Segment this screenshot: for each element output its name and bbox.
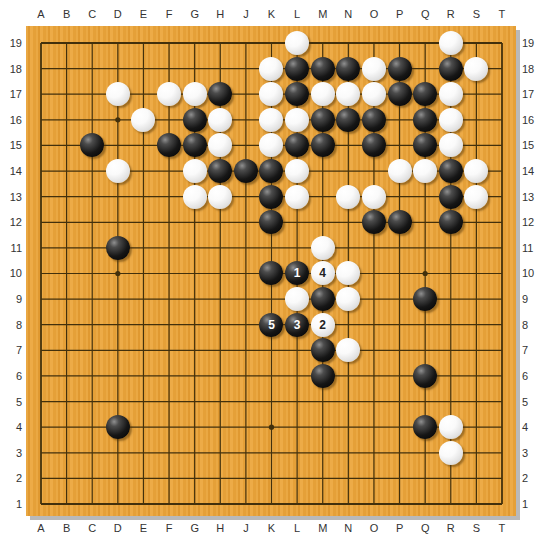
point-S14[interactable] <box>464 158 490 184</box>
point-B16[interactable] <box>54 107 80 133</box>
point-P12[interactable] <box>387 209 413 235</box>
point-K4[interactable] <box>259 414 285 440</box>
point-A18[interactable] <box>28 56 54 82</box>
point-F18[interactable] <box>156 56 182 82</box>
point-P7[interactable] <box>387 338 413 364</box>
point-S8[interactable] <box>464 312 490 338</box>
point-K6[interactable] <box>259 363 285 389</box>
point-J17[interactable] <box>233 81 259 107</box>
point-K3[interactable] <box>259 440 285 466</box>
point-A4[interactable] <box>28 414 54 440</box>
point-Q16[interactable] <box>412 107 438 133</box>
point-L11[interactable] <box>284 235 310 261</box>
point-O9[interactable] <box>361 286 387 312</box>
point-G15[interactable] <box>182 133 208 159</box>
point-G19[interactable] <box>182 30 208 56</box>
point-R15[interactable] <box>438 133 464 159</box>
point-B8[interactable] <box>54 312 80 338</box>
point-F10[interactable] <box>156 261 182 287</box>
point-D5[interactable] <box>105 389 131 415</box>
point-T7[interactable] <box>489 338 515 364</box>
point-M6[interactable] <box>310 363 336 389</box>
point-K15[interactable] <box>259 133 285 159</box>
point-J5[interactable] <box>233 389 259 415</box>
point-A5[interactable] <box>28 389 54 415</box>
point-M19[interactable] <box>310 30 336 56</box>
point-T5[interactable] <box>489 389 515 415</box>
point-T14[interactable] <box>489 158 515 184</box>
point-K14[interactable] <box>259 158 285 184</box>
point-F12[interactable] <box>156 209 182 235</box>
point-A10[interactable] <box>28 261 54 287</box>
point-N10[interactable] <box>336 261 362 287</box>
point-O13[interactable] <box>361 184 387 210</box>
point-T19[interactable] <box>489 30 515 56</box>
point-E17[interactable] <box>131 81 157 107</box>
point-J8[interactable] <box>233 312 259 338</box>
point-S15[interactable] <box>464 133 490 159</box>
point-R8[interactable] <box>438 312 464 338</box>
point-C6[interactable] <box>79 363 105 389</box>
point-G12[interactable] <box>182 209 208 235</box>
point-C19[interactable] <box>79 30 105 56</box>
point-R2[interactable] <box>438 466 464 492</box>
point-E1[interactable] <box>131 491 157 517</box>
point-D10[interactable] <box>105 261 131 287</box>
point-L1[interactable] <box>284 491 310 517</box>
point-R6[interactable] <box>438 363 464 389</box>
point-M9[interactable] <box>310 286 336 312</box>
point-N2[interactable] <box>336 466 362 492</box>
point-H15[interactable] <box>207 133 233 159</box>
point-B12[interactable] <box>54 209 80 235</box>
point-L17[interactable] <box>284 81 310 107</box>
point-G7[interactable] <box>182 338 208 364</box>
point-M14[interactable] <box>310 158 336 184</box>
point-J15[interactable] <box>233 133 259 159</box>
point-M17[interactable] <box>310 81 336 107</box>
point-F2[interactable] <box>156 466 182 492</box>
point-S9[interactable] <box>464 286 490 312</box>
point-C11[interactable] <box>79 235 105 261</box>
point-L7[interactable] <box>284 338 310 364</box>
point-D3[interactable] <box>105 440 131 466</box>
point-C2[interactable] <box>79 466 105 492</box>
point-N1[interactable] <box>336 491 362 517</box>
point-K7[interactable] <box>259 338 285 364</box>
point-F11[interactable] <box>156 235 182 261</box>
point-G11[interactable] <box>182 235 208 261</box>
point-F9[interactable] <box>156 286 182 312</box>
point-P8[interactable] <box>387 312 413 338</box>
point-G8[interactable] <box>182 312 208 338</box>
point-R17[interactable] <box>438 81 464 107</box>
point-G10[interactable] <box>182 261 208 287</box>
point-F16[interactable] <box>156 107 182 133</box>
point-N8[interactable] <box>336 312 362 338</box>
point-P14[interactable] <box>387 158 413 184</box>
point-L5[interactable] <box>284 389 310 415</box>
point-T6[interactable] <box>489 363 515 389</box>
point-G13[interactable] <box>182 184 208 210</box>
point-S16[interactable] <box>464 107 490 133</box>
point-J1[interactable] <box>233 491 259 517</box>
point-D9[interactable] <box>105 286 131 312</box>
point-S1[interactable] <box>464 491 490 517</box>
point-C16[interactable] <box>79 107 105 133</box>
point-F7[interactable] <box>156 338 182 364</box>
point-K12[interactable] <box>259 209 285 235</box>
point-J3[interactable] <box>233 440 259 466</box>
point-Q19[interactable] <box>412 30 438 56</box>
point-Q14[interactable] <box>412 158 438 184</box>
point-R14[interactable] <box>438 158 464 184</box>
point-H1[interactable] <box>207 491 233 517</box>
point-E6[interactable] <box>131 363 157 389</box>
point-S13[interactable] <box>464 184 490 210</box>
point-E16[interactable] <box>131 107 157 133</box>
point-T12[interactable] <box>489 209 515 235</box>
point-L8[interactable]: 3 <box>284 312 310 338</box>
point-E15[interactable] <box>131 133 157 159</box>
point-B5[interactable] <box>54 389 80 415</box>
point-R9[interactable] <box>438 286 464 312</box>
point-B17[interactable] <box>54 81 80 107</box>
point-R1[interactable] <box>438 491 464 517</box>
point-L18[interactable] <box>284 56 310 82</box>
point-O8[interactable] <box>361 312 387 338</box>
point-E8[interactable] <box>131 312 157 338</box>
point-Q6[interactable] <box>412 363 438 389</box>
point-C1[interactable] <box>79 491 105 517</box>
point-J10[interactable] <box>233 261 259 287</box>
point-L10[interactable]: 1 <box>284 261 310 287</box>
point-A8[interactable] <box>28 312 54 338</box>
point-J13[interactable] <box>233 184 259 210</box>
point-F19[interactable] <box>156 30 182 56</box>
point-B10[interactable] <box>54 261 80 287</box>
point-N18[interactable] <box>336 56 362 82</box>
point-A13[interactable] <box>28 184 54 210</box>
point-C14[interactable] <box>79 158 105 184</box>
point-F13[interactable] <box>156 184 182 210</box>
point-D12[interactable] <box>105 209 131 235</box>
point-B15[interactable] <box>54 133 80 159</box>
point-J9[interactable] <box>233 286 259 312</box>
point-E14[interactable] <box>131 158 157 184</box>
point-E4[interactable] <box>131 414 157 440</box>
point-P13[interactable] <box>387 184 413 210</box>
point-K5[interactable] <box>259 389 285 415</box>
point-M2[interactable] <box>310 466 336 492</box>
point-F5[interactable] <box>156 389 182 415</box>
point-K1[interactable] <box>259 491 285 517</box>
point-G6[interactable] <box>182 363 208 389</box>
point-D14[interactable] <box>105 158 131 184</box>
point-N3[interactable] <box>336 440 362 466</box>
point-T11[interactable] <box>489 235 515 261</box>
point-J4[interactable] <box>233 414 259 440</box>
point-R18[interactable] <box>438 56 464 82</box>
point-C5[interactable] <box>79 389 105 415</box>
point-B4[interactable] <box>54 414 80 440</box>
point-N16[interactable] <box>336 107 362 133</box>
point-N17[interactable] <box>336 81 362 107</box>
point-B9[interactable] <box>54 286 80 312</box>
point-L19[interactable] <box>284 30 310 56</box>
point-S6[interactable] <box>464 363 490 389</box>
point-T13[interactable] <box>489 184 515 210</box>
point-A15[interactable] <box>28 133 54 159</box>
point-M11[interactable] <box>310 235 336 261</box>
go-board[interactable]: 14532 <box>26 26 516 516</box>
point-F15[interactable] <box>156 133 182 159</box>
point-M8[interactable]: 2 <box>310 312 336 338</box>
point-S7[interactable] <box>464 338 490 364</box>
point-K19[interactable] <box>259 30 285 56</box>
point-J6[interactable] <box>233 363 259 389</box>
point-A17[interactable] <box>28 81 54 107</box>
point-G9[interactable] <box>182 286 208 312</box>
point-T10[interactable] <box>489 261 515 287</box>
point-Q11[interactable] <box>412 235 438 261</box>
point-P10[interactable] <box>387 261 413 287</box>
point-C18[interactable] <box>79 56 105 82</box>
point-C4[interactable] <box>79 414 105 440</box>
point-C17[interactable] <box>79 81 105 107</box>
point-E11[interactable] <box>131 235 157 261</box>
point-F6[interactable] <box>156 363 182 389</box>
point-C3[interactable] <box>79 440 105 466</box>
point-B13[interactable] <box>54 184 80 210</box>
point-H13[interactable] <box>207 184 233 210</box>
point-E5[interactable] <box>131 389 157 415</box>
point-C9[interactable] <box>79 286 105 312</box>
point-S19[interactable] <box>464 30 490 56</box>
point-H7[interactable] <box>207 338 233 364</box>
point-L14[interactable] <box>284 158 310 184</box>
point-P15[interactable] <box>387 133 413 159</box>
point-K11[interactable] <box>259 235 285 261</box>
point-P18[interactable] <box>387 56 413 82</box>
point-E7[interactable] <box>131 338 157 364</box>
point-L4[interactable] <box>284 414 310 440</box>
point-J16[interactable] <box>233 107 259 133</box>
point-H11[interactable] <box>207 235 233 261</box>
point-L12[interactable] <box>284 209 310 235</box>
point-R4[interactable] <box>438 414 464 440</box>
point-L9[interactable] <box>284 286 310 312</box>
point-F14[interactable] <box>156 158 182 184</box>
point-M10[interactable]: 4 <box>310 261 336 287</box>
point-N13[interactable] <box>336 184 362 210</box>
point-F1[interactable] <box>156 491 182 517</box>
point-E9[interactable] <box>131 286 157 312</box>
point-T15[interactable] <box>489 133 515 159</box>
point-O1[interactable] <box>361 491 387 517</box>
point-M7[interactable] <box>310 338 336 364</box>
point-G18[interactable] <box>182 56 208 82</box>
point-H12[interactable] <box>207 209 233 235</box>
point-O17[interactable] <box>361 81 387 107</box>
point-E3[interactable] <box>131 440 157 466</box>
point-D16[interactable] <box>105 107 131 133</box>
point-D6[interactable] <box>105 363 131 389</box>
point-D11[interactable] <box>105 235 131 261</box>
point-B14[interactable] <box>54 158 80 184</box>
point-J14[interactable] <box>233 158 259 184</box>
point-G17[interactable] <box>182 81 208 107</box>
point-R3[interactable] <box>438 440 464 466</box>
point-H2[interactable] <box>207 466 233 492</box>
point-D7[interactable] <box>105 338 131 364</box>
point-P6[interactable] <box>387 363 413 389</box>
point-R11[interactable] <box>438 235 464 261</box>
point-T17[interactable] <box>489 81 515 107</box>
point-G3[interactable] <box>182 440 208 466</box>
point-C8[interactable] <box>79 312 105 338</box>
point-A7[interactable] <box>28 338 54 364</box>
point-H16[interactable] <box>207 107 233 133</box>
point-M13[interactable] <box>310 184 336 210</box>
point-P19[interactable] <box>387 30 413 56</box>
point-N7[interactable] <box>336 338 362 364</box>
point-R13[interactable] <box>438 184 464 210</box>
point-N9[interactable] <box>336 286 362 312</box>
point-B6[interactable] <box>54 363 80 389</box>
point-O11[interactable] <box>361 235 387 261</box>
point-F8[interactable] <box>156 312 182 338</box>
point-F4[interactable] <box>156 414 182 440</box>
point-T2[interactable] <box>489 466 515 492</box>
point-J11[interactable] <box>233 235 259 261</box>
point-T18[interactable] <box>489 56 515 82</box>
point-Q3[interactable] <box>412 440 438 466</box>
point-K16[interactable] <box>259 107 285 133</box>
point-M18[interactable] <box>310 56 336 82</box>
point-G5[interactable] <box>182 389 208 415</box>
point-Q7[interactable] <box>412 338 438 364</box>
point-A3[interactable] <box>28 440 54 466</box>
point-R10[interactable] <box>438 261 464 287</box>
point-D13[interactable] <box>105 184 131 210</box>
point-Q9[interactable] <box>412 286 438 312</box>
point-K9[interactable] <box>259 286 285 312</box>
point-B1[interactable] <box>54 491 80 517</box>
point-Q4[interactable] <box>412 414 438 440</box>
point-E18[interactable] <box>131 56 157 82</box>
point-F17[interactable] <box>156 81 182 107</box>
point-C10[interactable] <box>79 261 105 287</box>
point-Q8[interactable] <box>412 312 438 338</box>
point-A14[interactable] <box>28 158 54 184</box>
point-S2[interactable] <box>464 466 490 492</box>
point-C7[interactable] <box>79 338 105 364</box>
point-B18[interactable] <box>54 56 80 82</box>
point-T4[interactable] <box>489 414 515 440</box>
point-J18[interactable] <box>233 56 259 82</box>
point-O14[interactable] <box>361 158 387 184</box>
point-S17[interactable] <box>464 81 490 107</box>
point-O10[interactable] <box>361 261 387 287</box>
point-A19[interactable] <box>28 30 54 56</box>
point-G1[interactable] <box>182 491 208 517</box>
point-M5[interactable] <box>310 389 336 415</box>
point-P17[interactable] <box>387 81 413 107</box>
point-P3[interactable] <box>387 440 413 466</box>
point-K2[interactable] <box>259 466 285 492</box>
point-Q10[interactable] <box>412 261 438 287</box>
point-J7[interactable] <box>233 338 259 364</box>
point-S12[interactable] <box>464 209 490 235</box>
point-L3[interactable] <box>284 440 310 466</box>
point-S4[interactable] <box>464 414 490 440</box>
point-N19[interactable] <box>336 30 362 56</box>
point-T9[interactable] <box>489 286 515 312</box>
point-B11[interactable] <box>54 235 80 261</box>
point-H19[interactable] <box>207 30 233 56</box>
point-D18[interactable] <box>105 56 131 82</box>
point-H17[interactable] <box>207 81 233 107</box>
point-K8[interactable]: 5 <box>259 312 285 338</box>
point-R7[interactable] <box>438 338 464 364</box>
point-M16[interactable] <box>310 107 336 133</box>
point-O3[interactable] <box>361 440 387 466</box>
point-O4[interactable] <box>361 414 387 440</box>
point-M3[interactable] <box>310 440 336 466</box>
point-E2[interactable] <box>131 466 157 492</box>
point-E12[interactable] <box>131 209 157 235</box>
point-H8[interactable] <box>207 312 233 338</box>
point-H3[interactable] <box>207 440 233 466</box>
point-A2[interactable] <box>28 466 54 492</box>
point-L13[interactable] <box>284 184 310 210</box>
point-S18[interactable] <box>464 56 490 82</box>
point-N5[interactable] <box>336 389 362 415</box>
point-M15[interactable] <box>310 133 336 159</box>
point-N6[interactable] <box>336 363 362 389</box>
point-J12[interactable] <box>233 209 259 235</box>
point-P1[interactable] <box>387 491 413 517</box>
point-E19[interactable] <box>131 30 157 56</box>
point-T1[interactable] <box>489 491 515 517</box>
point-Q5[interactable] <box>412 389 438 415</box>
point-O6[interactable] <box>361 363 387 389</box>
point-H6[interactable] <box>207 363 233 389</box>
point-N4[interactable] <box>336 414 362 440</box>
point-Q13[interactable] <box>412 184 438 210</box>
point-C13[interactable] <box>79 184 105 210</box>
point-P9[interactable] <box>387 286 413 312</box>
point-S5[interactable] <box>464 389 490 415</box>
point-B2[interactable] <box>54 466 80 492</box>
point-C15[interactable] <box>79 133 105 159</box>
point-K18[interactable] <box>259 56 285 82</box>
point-R16[interactable] <box>438 107 464 133</box>
point-O5[interactable] <box>361 389 387 415</box>
point-J2[interactable] <box>233 466 259 492</box>
point-N15[interactable] <box>336 133 362 159</box>
point-G4[interactable] <box>182 414 208 440</box>
point-G14[interactable] <box>182 158 208 184</box>
point-O15[interactable] <box>361 133 387 159</box>
point-Q15[interactable] <box>412 133 438 159</box>
point-P16[interactable] <box>387 107 413 133</box>
point-L15[interactable] <box>284 133 310 159</box>
point-O18[interactable] <box>361 56 387 82</box>
point-H4[interactable] <box>207 414 233 440</box>
point-H5[interactable] <box>207 389 233 415</box>
